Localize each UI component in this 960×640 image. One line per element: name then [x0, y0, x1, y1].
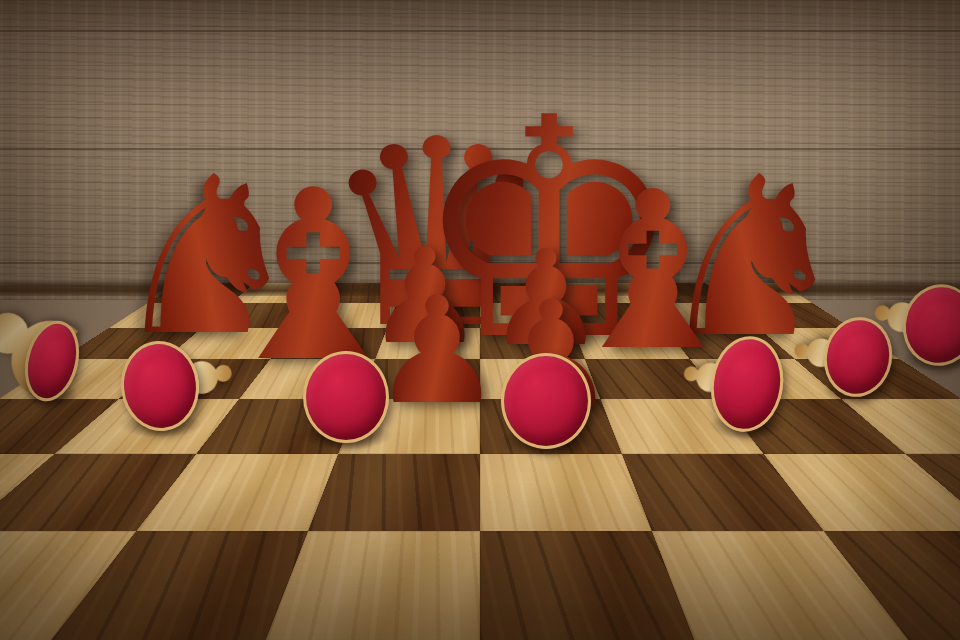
- square-d3: [308, 454, 480, 532]
- fallen-pawn-felt-base-e5: [501, 353, 591, 449]
- photo-scene: ♛♞♚♞♟♟♝♟♝♟♟♟♟♟♟♟♟: [0, 0, 960, 640]
- fallen-pawn-felt-base-c5: [303, 351, 389, 443]
- wall-plank-seam: [0, 30, 960, 32]
